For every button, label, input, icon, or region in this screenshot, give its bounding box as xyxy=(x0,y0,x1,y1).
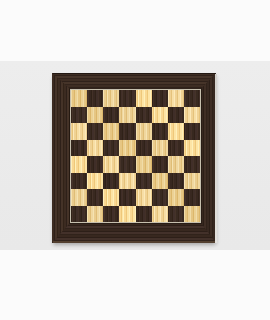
square-b4 xyxy=(87,156,103,173)
square-h2 xyxy=(184,189,200,206)
page-background xyxy=(0,0,270,320)
square-a4 xyxy=(71,156,87,173)
board-side-highlight xyxy=(215,74,217,243)
square-h1 xyxy=(184,206,200,223)
square-b3 xyxy=(87,173,103,190)
square-g7 xyxy=(168,107,184,124)
square-c3 xyxy=(103,173,119,190)
inlay-border xyxy=(70,89,201,223)
square-b2 xyxy=(87,189,103,206)
square-h6 xyxy=(184,123,200,140)
square-e4 xyxy=(136,156,152,173)
chessboard xyxy=(52,73,216,243)
square-a8 xyxy=(71,90,87,107)
square-d3 xyxy=(119,173,135,190)
square-e1 xyxy=(136,206,152,223)
square-d5 xyxy=(119,140,135,157)
square-f8 xyxy=(152,90,168,107)
square-b7 xyxy=(87,107,103,124)
square-g8 xyxy=(168,90,184,107)
playing-field xyxy=(71,90,200,222)
square-f1 xyxy=(152,206,168,223)
square-h4 xyxy=(184,156,200,173)
square-g5 xyxy=(168,140,184,157)
board-bottom-edge xyxy=(53,241,215,243)
square-e3 xyxy=(136,173,152,190)
square-a2 xyxy=(71,189,87,206)
square-d6 xyxy=(119,123,135,140)
square-e5 xyxy=(136,140,152,157)
square-c7 xyxy=(103,107,119,124)
square-b6 xyxy=(87,123,103,140)
square-b8 xyxy=(87,90,103,107)
frame-rail-right xyxy=(201,73,216,243)
square-a1 xyxy=(71,206,87,223)
square-g1 xyxy=(168,206,184,223)
square-e6 xyxy=(136,123,152,140)
square-e7 xyxy=(136,107,152,124)
square-b5 xyxy=(87,140,103,157)
frame-rail-top xyxy=(52,73,216,89)
square-a3 xyxy=(71,173,87,190)
square-f4 xyxy=(152,156,168,173)
square-f3 xyxy=(152,173,168,190)
square-e8 xyxy=(136,90,152,107)
square-h7 xyxy=(184,107,200,124)
square-g2 xyxy=(168,189,184,206)
square-h5 xyxy=(184,140,200,157)
frame-rail-left xyxy=(52,73,70,243)
square-c2 xyxy=(103,189,119,206)
square-c5 xyxy=(103,140,119,157)
square-g3 xyxy=(168,173,184,190)
square-f6 xyxy=(152,123,168,140)
square-c1 xyxy=(103,206,119,223)
square-a5 xyxy=(71,140,87,157)
square-c4 xyxy=(103,156,119,173)
square-d7 xyxy=(119,107,135,124)
square-d4 xyxy=(119,156,135,173)
square-d2 xyxy=(119,189,135,206)
square-d1 xyxy=(119,206,135,223)
frame-rail-bottom xyxy=(52,223,216,243)
square-h8 xyxy=(184,90,200,107)
square-h3 xyxy=(184,173,200,190)
square-f5 xyxy=(152,140,168,157)
square-g6 xyxy=(168,123,184,140)
square-b1 xyxy=(87,206,103,223)
square-c8 xyxy=(103,90,119,107)
square-g4 xyxy=(168,156,184,173)
square-f7 xyxy=(152,107,168,124)
square-a7 xyxy=(71,107,87,124)
square-e2 xyxy=(136,189,152,206)
square-a6 xyxy=(71,123,87,140)
square-f2 xyxy=(152,189,168,206)
square-d8 xyxy=(119,90,135,107)
square-c6 xyxy=(103,123,119,140)
